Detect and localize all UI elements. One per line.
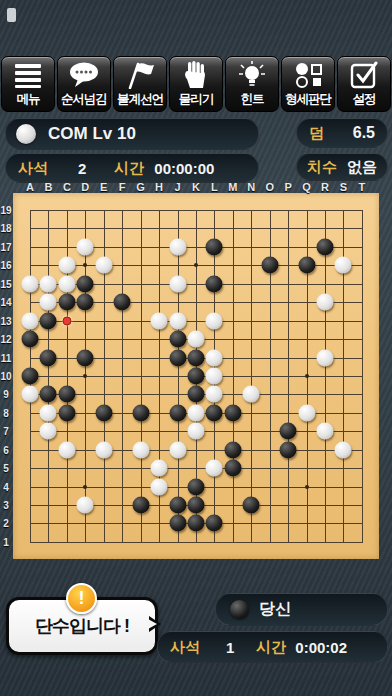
stone-black — [58, 404, 75, 421]
star-point — [83, 374, 87, 378]
estimate-label: 형세판단 — [285, 91, 331, 111]
menu-label: 메뉴 — [17, 91, 40, 111]
last-move-marker — [62, 316, 71, 325]
stone-white — [335, 441, 352, 458]
grid-line-v — [251, 210, 252, 543]
stone-black — [58, 294, 75, 311]
stone-black — [224, 460, 241, 477]
row-label: 8 — [3, 407, 9, 418]
status-strip — [0, 0, 392, 55]
grid-line-h — [30, 468, 363, 469]
stone-white — [169, 238, 186, 255]
grid-line-v — [233, 210, 234, 543]
row-label: 6 — [3, 444, 9, 455]
black-stone-icon — [230, 600, 249, 619]
stone-black — [132, 497, 149, 514]
column-label: S — [340, 181, 347, 193]
hint-button[interactable]: 힌트 — [225, 56, 279, 112]
star-point — [83, 263, 87, 267]
grid-line-h — [30, 542, 363, 543]
komi-pill: 덤 6.5 — [296, 118, 388, 148]
stone-black — [280, 441, 297, 458]
stone-white — [335, 257, 352, 274]
grid-line-v — [325, 210, 326, 543]
stone-white — [187, 404, 204, 421]
row-label: 1 — [3, 536, 9, 547]
undo-button[interactable]: 물리기 — [169, 56, 223, 112]
stone-white — [169, 312, 186, 329]
stone-white — [132, 441, 149, 458]
stone-black — [58, 386, 75, 403]
stone-white — [206, 367, 223, 384]
you-time-value: 0:00:02 — [295, 639, 347, 656]
row-label: 4 — [3, 481, 9, 492]
stone-black — [169, 515, 186, 532]
handicap-pill: 치수 없음 — [296, 153, 388, 181]
stone-white — [58, 275, 75, 292]
handicap-value: 없음 — [347, 158, 377, 177]
com-captures-value: 2 — [78, 160, 86, 177]
stone-white — [151, 312, 168, 329]
row-label: 5 — [3, 463, 9, 474]
stone-black — [114, 294, 131, 311]
hint-bulb-icon — [236, 59, 268, 91]
stone-black — [169, 349, 186, 366]
grid-line-h — [30, 450, 363, 451]
stone-black — [187, 367, 204, 384]
stone-white — [58, 441, 75, 458]
hint-label: 힌트 — [241, 91, 264, 111]
row-label: 15 — [0, 278, 11, 289]
stone-black — [169, 404, 186, 421]
stone-white — [22, 386, 39, 403]
resign-label: 불계선언 — [117, 91, 163, 111]
komi-value: 6.5 — [353, 124, 375, 142]
stone-black — [187, 515, 204, 532]
column-label: D — [81, 181, 89, 193]
row-label: 13 — [0, 315, 11, 326]
com-stats-bar: 사석 2 시간 00:00:00 — [5, 153, 259, 183]
undo-hand-icon — [182, 59, 210, 91]
settings-label: 설정 — [353, 91, 376, 111]
row-label: 17 — [0, 241, 11, 252]
you-player-bar: 당신 — [215, 593, 388, 626]
row-label: 19 — [0, 205, 11, 216]
stone-white — [40, 404, 57, 421]
stone-white — [169, 441, 186, 458]
stone-white — [317, 349, 334, 366]
com-captures-label: 사석 — [18, 159, 48, 178]
stone-black — [40, 349, 57, 366]
stone-white — [40, 294, 57, 311]
you-captures-value: 1 — [226, 639, 234, 656]
stone-white — [40, 423, 57, 440]
stone-black — [224, 441, 241, 458]
you-name: 당신 — [259, 599, 291, 620]
stone-black — [77, 349, 94, 366]
row-label: 16 — [0, 260, 11, 271]
grid-line-v — [362, 210, 363, 543]
com-player-bar: COM Lv 10 — [5, 118, 259, 150]
stone-white — [317, 294, 334, 311]
stone-white — [40, 275, 57, 292]
atari-alert-text: 단수입니다 ! — [35, 614, 129, 638]
stone-black — [187, 497, 204, 514]
row-label: 12 — [0, 334, 11, 345]
star-point — [83, 485, 87, 489]
column-label: F — [119, 181, 126, 193]
column-label: M — [228, 181, 237, 193]
column-label: J — [174, 181, 180, 193]
pass-speech-bubble-icon — [68, 59, 100, 91]
row-label: 10 — [0, 370, 11, 381]
status-icon — [7, 8, 16, 22]
stone-white — [187, 331, 204, 348]
column-label: H — [155, 181, 163, 193]
com-time-value: 00:00:00 — [154, 160, 214, 177]
stone-black — [224, 404, 241, 421]
stone-black — [77, 294, 94, 311]
row-label: 9 — [3, 389, 9, 400]
handicap-label: 치수 — [307, 158, 337, 177]
stone-white — [298, 404, 315, 421]
column-label: B — [44, 181, 52, 193]
stone-white — [206, 460, 223, 477]
stone-black — [206, 515, 223, 532]
settings-button[interactable]: 설정 — [337, 56, 391, 112]
star-point — [305, 485, 309, 489]
star-point — [194, 263, 198, 267]
column-label: K — [192, 181, 200, 193]
com-time-label: 시간 — [114, 159, 144, 178]
com-name: COM Lv 10 — [48, 124, 136, 144]
goban[interactable] — [13, 193, 379, 559]
alert-exclamation-icon: ! — [66, 583, 97, 614]
grid-line-v — [288, 210, 289, 543]
stone-white — [206, 386, 223, 403]
stone-black — [187, 349, 204, 366]
column-label: Q — [302, 181, 311, 193]
stone-black — [206, 404, 223, 421]
stone-black — [132, 404, 149, 421]
stone-black — [298, 257, 315, 274]
you-stats-bar: 사석 1 시간 0:00:02 — [157, 631, 388, 663]
column-label: N — [247, 181, 255, 193]
row-label: 3 — [3, 500, 9, 511]
stone-black — [317, 238, 334, 255]
stone-white — [77, 238, 94, 255]
stone-black — [187, 386, 204, 403]
you-captures-label: 사석 — [170, 638, 200, 657]
menu-icon — [13, 59, 43, 91]
row-label: 11 — [1, 352, 12, 363]
stone-black — [280, 423, 297, 440]
stone-white — [22, 312, 39, 329]
resign-flag-icon — [124, 59, 156, 91]
stone-black — [95, 404, 112, 421]
settings-check-icon — [350, 59, 378, 91]
column-label: C — [63, 181, 71, 193]
column-label: L — [211, 181, 218, 193]
column-label: O — [265, 181, 274, 193]
undo-label: 물리기 — [179, 91, 214, 111]
stone-white — [151, 478, 168, 495]
column-label: P — [284, 181, 291, 193]
stone-black — [206, 238, 223, 255]
pass-label: 순서넘김 — [61, 91, 107, 111]
resign-button[interactable]: 불계선언 — [113, 56, 167, 112]
stone-white — [151, 460, 168, 477]
stone-white — [169, 275, 186, 292]
stone-white — [58, 257, 75, 274]
column-label: G — [136, 181, 145, 193]
star-point — [305, 374, 309, 378]
stone-white — [77, 497, 94, 514]
stone-black — [22, 367, 39, 384]
stone-white — [95, 257, 112, 274]
komi-label: 덤 — [309, 124, 324, 143]
pass-button[interactable]: 순서넘김 — [57, 56, 111, 112]
stone-black — [40, 386, 57, 403]
white-stone-icon — [16, 124, 36, 144]
stone-black — [169, 497, 186, 514]
stone-black — [261, 257, 278, 274]
stone-white — [206, 312, 223, 329]
column-label: T — [359, 181, 366, 193]
row-label: 14 — [0, 297, 11, 308]
row-label: 2 — [3, 518, 9, 529]
row-label: 7 — [3, 426, 9, 437]
stone-white — [22, 275, 39, 292]
stone-black — [40, 312, 57, 329]
stone-black — [22, 331, 39, 348]
toolbar: 메뉴 순서넘김 불계선언 물리기 힌트 형세판단 설정 — [0, 55, 392, 113]
stone-white — [206, 349, 223, 366]
you-time-label: 시간 — [256, 638, 286, 657]
stone-white — [95, 441, 112, 458]
stone-black — [187, 478, 204, 495]
stone-black — [77, 275, 94, 292]
stone-black — [206, 275, 223, 292]
stone-black — [169, 331, 186, 348]
column-label: E — [100, 181, 107, 193]
stone-white — [187, 423, 204, 440]
estimate-button[interactable]: 형세판단 — [281, 56, 335, 112]
stone-white — [317, 423, 334, 440]
stone-black — [243, 497, 260, 514]
column-label: R — [321, 181, 329, 193]
territory-estimate-icon — [293, 59, 323, 91]
row-label: 18 — [0, 223, 11, 234]
column-label: A — [26, 181, 34, 193]
stone-white — [243, 386, 260, 403]
menu-button[interactable]: 메뉴 — [1, 56, 55, 112]
